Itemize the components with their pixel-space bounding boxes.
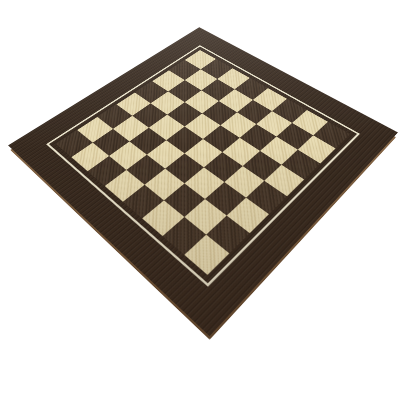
chess-board xyxy=(8,27,398,336)
board-frame xyxy=(8,27,398,336)
photo-background xyxy=(0,0,400,400)
board-grid xyxy=(56,50,350,275)
inlay-line xyxy=(46,45,360,286)
